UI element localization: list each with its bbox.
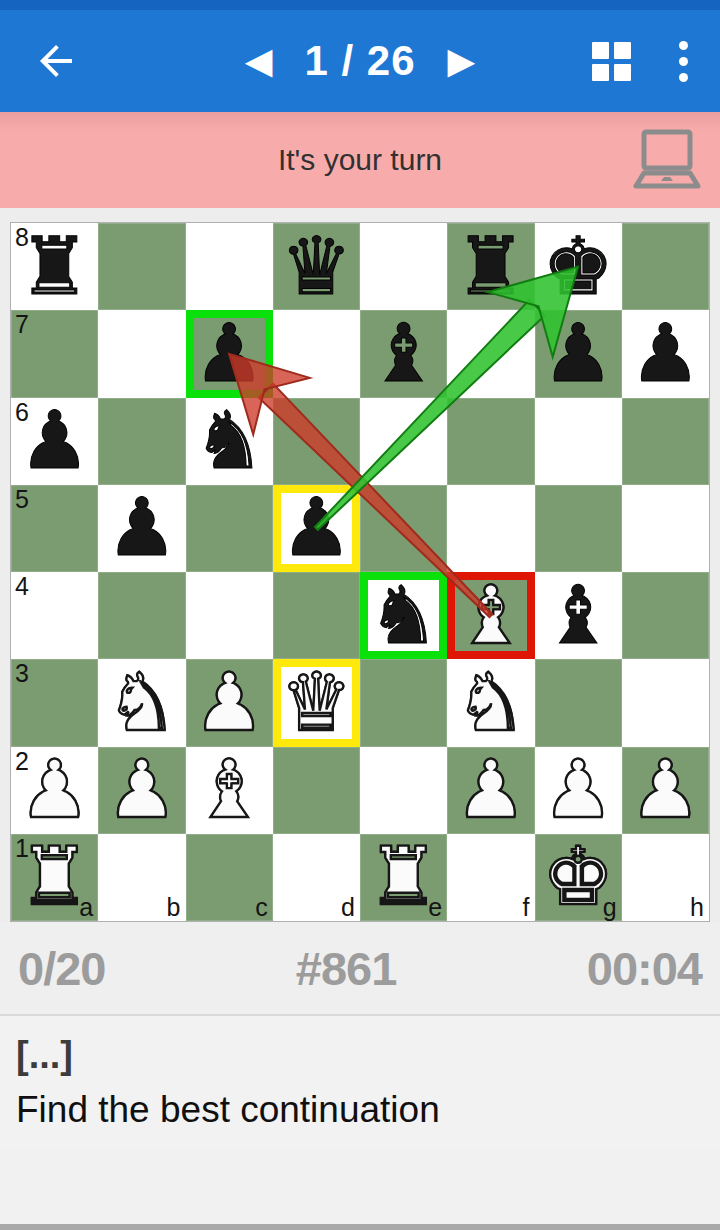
grid-icon-pane: [592, 42, 609, 59]
square-g7[interactable]: ♟: [535, 310, 622, 397]
square-h5[interactable]: [622, 485, 709, 572]
white-pawn-c3[interactable]: ♟: [193, 663, 265, 743]
square-a1[interactable]: 1a♜: [11, 834, 98, 921]
toolbar-actions: [592, 37, 720, 86]
back-arrow-icon: [32, 37, 80, 85]
moves-placeholder: [...]: [16, 1034, 704, 1077]
square-d5[interactable]: ♟: [273, 485, 360, 572]
square-c2[interactable]: ♝: [186, 747, 273, 834]
square-b1[interactable]: b: [98, 834, 185, 921]
turn-banner-text: It's your turn: [278, 143, 442, 177]
rank-label-3: 3: [15, 659, 29, 688]
puzzle-navigation: ◀ 1 / 26 ▶: [245, 37, 475, 85]
black-rook-f8[interactable]: ♜: [455, 227, 527, 307]
square-h4[interactable]: [622, 572, 709, 659]
black-king-g8[interactable]: ♚: [542, 227, 614, 307]
square-b2[interactable]: ♟: [98, 747, 185, 834]
square-f6[interactable]: [447, 398, 534, 485]
rank-label-4: 4: [15, 572, 29, 601]
square-e5[interactable]: [360, 485, 447, 572]
white-knight-f3[interactable]: ♞: [455, 663, 527, 743]
square-b3[interactable]: ♞: [98, 659, 185, 746]
file-label-b: b: [167, 893, 181, 922]
square-f5[interactable]: [447, 485, 534, 572]
overflow-menu-button[interactable]: [675, 37, 692, 86]
stats-bar: 0/20 #861 00:04: [0, 922, 720, 1016]
square-b4[interactable]: [98, 572, 185, 659]
square-f1[interactable]: f: [447, 834, 534, 921]
square-b8[interactable]: [98, 223, 185, 310]
black-bishop-e7[interactable]: ♝: [368, 314, 440, 394]
board-section: 8♜♛♜♚7♟♝♟♟6♟♞5♟♟4♞♝♝3♞♟♛♞2♟♟♝♟♟♟1a♜bcde♜…: [0, 208, 720, 922]
white-pawn-a2[interactable]: ♟: [19, 750, 91, 830]
black-pawn-h7[interactable]: ♟: [630, 314, 702, 394]
square-d1[interactable]: d: [273, 834, 360, 921]
square-e3[interactable]: [360, 659, 447, 746]
square-c6[interactable]: ♞: [186, 398, 273, 485]
rank-label-6: 6: [15, 398, 29, 427]
task-panel: [...] Find the best continuation: [0, 1016, 720, 1149]
black-pawn-b5[interactable]: ♟: [106, 488, 178, 568]
square-b5[interactable]: ♟: [98, 485, 185, 572]
white-pawn-f2[interactable]: ♟: [455, 750, 527, 830]
white-knight-b3[interactable]: ♞: [106, 663, 178, 743]
square-c4[interactable]: [186, 572, 273, 659]
square-g6[interactable]: [535, 398, 622, 485]
grid-icon-pane: [592, 64, 609, 81]
square-c5[interactable]: [186, 485, 273, 572]
white-pawn-g2[interactable]: ♟: [542, 750, 614, 830]
chess-board: 8♜♛♜♚7♟♝♟♟6♟♞5♟♟4♞♝♝3♞♟♛♞2♟♟♝♟♟♟1a♜bcde♜…: [11, 223, 709, 921]
menu-dot: [679, 73, 688, 82]
square-a5[interactable]: 5: [11, 485, 98, 572]
rank-label-7: 7: [15, 310, 29, 339]
app-toolbar: ◀ 1 / 26 ▶: [0, 10, 720, 112]
square-d2[interactable]: [273, 747, 360, 834]
black-pawn-a6[interactable]: ♟: [19, 401, 91, 481]
file-label-d: d: [341, 893, 355, 922]
black-queen-d8[interactable]: ♛: [281, 227, 353, 307]
square-d7[interactable]: [273, 310, 360, 397]
rank-label-1: 1: [15, 834, 29, 863]
square-c3[interactable]: ♟: [186, 659, 273, 746]
square-d8[interactable]: ♛: [273, 223, 360, 310]
file-label-g: g: [603, 893, 617, 922]
white-bishop-c2[interactable]: ♝: [193, 750, 265, 830]
square-e6[interactable]: [360, 398, 447, 485]
turn-banner: It's your turn: [0, 112, 720, 208]
white-pawn-b2[interactable]: ♟: [106, 750, 178, 830]
back-button[interactable]: [26, 31, 86, 91]
square-f8[interactable]: ♜: [447, 223, 534, 310]
square-g1[interactable]: g♚: [535, 834, 622, 921]
square-h3[interactable]: [622, 659, 709, 746]
score-counter: 0/20: [18, 941, 105, 996]
status-bar: [0, 0, 720, 10]
square-g3[interactable]: [535, 659, 622, 746]
square-a6[interactable]: 6♟: [11, 398, 98, 485]
menu-dot: [679, 41, 688, 50]
square-b6[interactable]: [98, 398, 185, 485]
previous-puzzle-button[interactable]: ◀: [245, 43, 273, 79]
grid-icon-pane: [614, 64, 631, 81]
puzzle-id: #861: [296, 941, 397, 996]
black-pawn-c7[interactable]: ♟: [193, 314, 265, 394]
square-a2[interactable]: 2♟: [11, 747, 98, 834]
rank-label-8: 8: [15, 223, 29, 252]
square-e1[interactable]: e♜: [360, 834, 447, 921]
square-d6[interactable]: [273, 398, 360, 485]
bottom-strip: [0, 1224, 720, 1230]
square-a8[interactable]: 8♜: [11, 223, 98, 310]
square-e2[interactable]: [360, 747, 447, 834]
square-h1[interactable]: h: [622, 834, 709, 921]
square-e4[interactable]: ♞: [360, 572, 447, 659]
rank-label-5: 5: [15, 485, 29, 514]
white-bishop-f4[interactable]: ♝: [455, 576, 527, 656]
square-c8[interactable]: [186, 223, 273, 310]
square-c7[interactable]: ♟: [186, 310, 273, 397]
square-f2[interactable]: ♟: [447, 747, 534, 834]
task-instruction: Find the best continuation: [16, 1089, 704, 1131]
black-bishop-g4[interactable]: ♝: [542, 576, 614, 656]
square-e7[interactable]: ♝: [360, 310, 447, 397]
square-c1[interactable]: c: [186, 834, 273, 921]
white-queen-d3[interactable]: ♛: [281, 663, 353, 743]
square-e8[interactable]: [360, 223, 447, 310]
square-h2[interactable]: ♟: [622, 747, 709, 834]
square-g8[interactable]: ♚: [535, 223, 622, 310]
square-h8[interactable]: [622, 223, 709, 310]
square-f7[interactable]: [447, 310, 534, 397]
grid-icon-pane: [614, 42, 631, 59]
computer-icon[interactable]: [628, 129, 706, 191]
square-b7[interactable]: [98, 310, 185, 397]
square-g2[interactable]: ♟: [535, 747, 622, 834]
white-pawn-h2[interactable]: ♟: [630, 750, 702, 830]
square-g4[interactable]: ♝: [535, 572, 622, 659]
black-knight-e4[interactable]: ♞: [368, 576, 440, 656]
black-pawn-g7[interactable]: ♟: [542, 314, 614, 394]
square-f3[interactable]: ♞: [447, 659, 534, 746]
square-h6[interactable]: [622, 398, 709, 485]
puzzle-counter: 1 / 26: [304, 37, 415, 85]
next-puzzle-button[interactable]: ▶: [448, 43, 476, 79]
rank-label-2: 2: [15, 747, 29, 776]
square-h7[interactable]: ♟: [622, 310, 709, 397]
square-a4[interactable]: 4: [11, 572, 98, 659]
black-rook-a8[interactable]: ♜: [19, 227, 91, 307]
file-label-e: e: [428, 893, 442, 922]
square-f4[interactable]: ♝: [447, 572, 534, 659]
file-label-a: a: [79, 893, 93, 922]
file-label-h: h: [690, 893, 704, 922]
file-label-f: f: [523, 893, 530, 922]
square-a7[interactable]: 7: [11, 310, 98, 397]
square-d3[interactable]: ♛: [273, 659, 360, 746]
square-d4[interactable]: [273, 572, 360, 659]
black-pawn-d5[interactable]: ♟: [281, 488, 353, 568]
square-g5[interactable]: [535, 485, 622, 572]
file-label-c: c: [255, 893, 268, 922]
board-frame: 8♜♛♜♚7♟♝♟♟6♟♞5♟♟4♞♝♝3♞♟♛♞2♟♟♝♟♟♟1a♜bcde♜…: [10, 222, 710, 922]
menu-dot: [679, 57, 688, 66]
black-knight-c6[interactable]: ♞: [193, 401, 265, 481]
timer: 00:04: [587, 941, 702, 996]
grid-view-button[interactable]: [592, 42, 631, 81]
square-a3[interactable]: 3: [11, 659, 98, 746]
